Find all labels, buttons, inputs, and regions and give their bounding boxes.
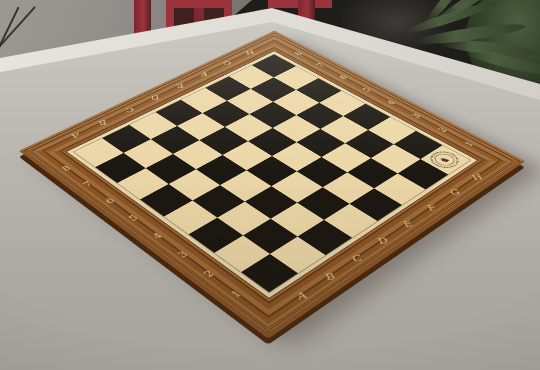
svg-text:♞: ♞ xyxy=(437,155,453,164)
scene: ♞ ABCDEFGH ABCDEFGH 87654321 87654321 xyxy=(0,0,540,370)
